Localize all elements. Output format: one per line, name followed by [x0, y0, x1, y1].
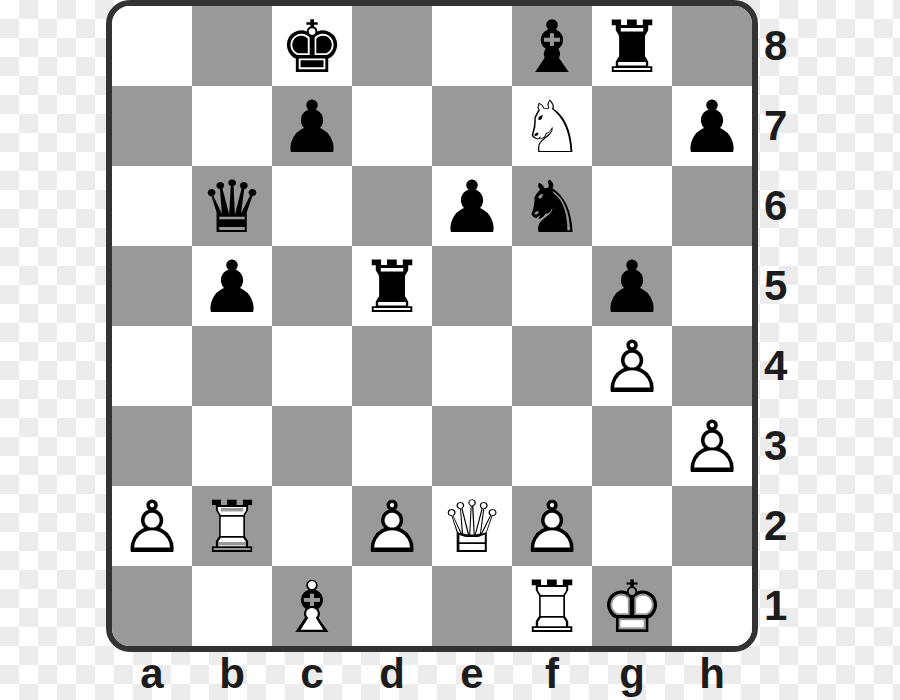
square-f6[interactable]: ♞	[512, 166, 592, 246]
square-c8[interactable]: ♚	[272, 6, 352, 86]
square-a6[interactable]	[112, 166, 192, 246]
square-b1[interactable]	[192, 566, 272, 646]
piece-glyph: ♚	[272, 6, 352, 86]
white-knight-f7: ♞♘	[512, 86, 592, 166]
rank-label-2: 2	[764, 486, 804, 566]
file-label-b: b	[192, 650, 272, 698]
square-c2[interactable]	[272, 486, 352, 566]
piece-glyph: ♜	[352, 246, 432, 326]
white-pawn-f2: ♟♙	[512, 486, 592, 566]
square-f8[interactable]: ♝	[512, 6, 592, 86]
square-c3[interactable]	[272, 406, 352, 486]
square-h2[interactable]	[672, 486, 752, 566]
square-b2[interactable]: ♜♖	[192, 486, 272, 566]
piece-glyph: ♝	[512, 6, 592, 86]
square-d7[interactable]	[352, 86, 432, 166]
square-g2[interactable]	[592, 486, 672, 566]
white-pawn-a2: ♟♙	[112, 486, 192, 566]
square-d6[interactable]	[352, 166, 432, 246]
square-f2[interactable]: ♟♙	[512, 486, 592, 566]
square-a2[interactable]: ♟♙	[112, 486, 192, 566]
square-a5[interactable]	[112, 246, 192, 326]
file-label-c: c	[272, 650, 352, 698]
square-h5[interactable]	[672, 246, 752, 326]
square-a3[interactable]	[112, 406, 192, 486]
file-label-e: e	[432, 650, 512, 698]
black-pawn-e6: ♟	[432, 166, 512, 246]
piece-glyph: ♛	[192, 166, 272, 246]
white-pawn-d2: ♟♙	[352, 486, 432, 566]
square-d4[interactable]	[352, 326, 432, 406]
square-b4[interactable]	[192, 326, 272, 406]
rank-labels: 87654321	[764, 6, 804, 646]
square-g8[interactable]: ♜	[592, 6, 672, 86]
square-g7[interactable]	[592, 86, 672, 166]
piece-glyph: ♗	[272, 566, 352, 646]
black-rook-d5: ♜	[352, 246, 432, 326]
square-f5[interactable]	[512, 246, 592, 326]
square-h3[interactable]: ♟♙	[672, 406, 752, 486]
file-label-f: f	[512, 650, 592, 698]
square-b5[interactable]: ♟	[192, 246, 272, 326]
square-h1[interactable]	[672, 566, 752, 646]
square-e1[interactable]	[432, 566, 512, 646]
piece-glyph: ♕	[432, 486, 512, 566]
file-label-a: a	[112, 650, 192, 698]
white-king-g1: ♚♔	[592, 566, 672, 646]
piece-glyph: ♞	[512, 166, 592, 246]
square-e2[interactable]: ♛♕	[432, 486, 512, 566]
rank-label-6: 6	[764, 166, 804, 246]
rank-label-7: 7	[764, 86, 804, 166]
square-g5[interactable]: ♟	[592, 246, 672, 326]
square-d8[interactable]	[352, 6, 432, 86]
file-label-h: h	[672, 650, 752, 698]
piece-glyph: ♟	[592, 246, 672, 326]
piece-glyph: ♖	[512, 566, 592, 646]
square-e3[interactable]	[432, 406, 512, 486]
piece-glyph: ♙	[672, 406, 752, 486]
square-d3[interactable]	[352, 406, 432, 486]
black-bishop-f8: ♝	[512, 6, 592, 86]
piece-glyph: ♙	[112, 486, 192, 566]
black-pawn-b5: ♟	[192, 246, 272, 326]
black-pawn-g5: ♟	[592, 246, 672, 326]
square-b6[interactable]: ♛	[192, 166, 272, 246]
piece-glyph: ♖	[192, 486, 272, 566]
square-a8[interactable]	[112, 6, 192, 86]
square-b7[interactable]	[192, 86, 272, 166]
black-queen-b6: ♛	[192, 166, 272, 246]
rank-label-3: 3	[764, 406, 804, 486]
square-f1[interactable]: ♜♖	[512, 566, 592, 646]
square-h7[interactable]: ♟	[672, 86, 752, 166]
piece-glyph: ♙	[352, 486, 432, 566]
square-a4[interactable]	[112, 326, 192, 406]
square-e7[interactable]	[432, 86, 512, 166]
piece-glyph: ♘	[512, 86, 592, 166]
black-king-c8: ♚	[272, 6, 352, 86]
piece-glyph: ♜	[592, 6, 672, 86]
file-labels: abcdefgh	[112, 650, 752, 698]
piece-glyph: ♟	[272, 86, 352, 166]
square-h4[interactable]	[672, 326, 752, 406]
white-rook-f1: ♜♖	[512, 566, 592, 646]
square-g3[interactable]	[592, 406, 672, 486]
square-e8[interactable]	[432, 6, 512, 86]
square-g6[interactable]	[592, 166, 672, 246]
square-d5[interactable]: ♜	[352, 246, 432, 326]
square-h8[interactable]	[672, 6, 752, 86]
rank-label-1: 1	[764, 566, 804, 646]
square-h6[interactable]	[672, 166, 752, 246]
rank-label-5: 5	[764, 246, 804, 326]
file-label-g: g	[592, 650, 672, 698]
square-g4[interactable]: ♟♙	[592, 326, 672, 406]
white-queen-e2: ♛♕	[432, 486, 512, 566]
piece-glyph: ♟	[192, 246, 272, 326]
square-a7[interactable]	[112, 86, 192, 166]
black-knight-f6: ♞	[512, 166, 592, 246]
piece-glyph: ♙	[512, 486, 592, 566]
rank-label-4: 4	[764, 326, 804, 406]
white-rook-b2: ♜♖	[192, 486, 272, 566]
square-c4[interactable]	[272, 326, 352, 406]
black-pawn-h7: ♟	[672, 86, 752, 166]
square-c7[interactable]: ♟	[272, 86, 352, 166]
square-f7[interactable]: ♞♘	[512, 86, 592, 166]
square-d1[interactable]	[352, 566, 432, 646]
rank-label-8: 8	[764, 6, 804, 86]
piece-glyph: ♙	[592, 326, 672, 406]
piece-glyph: ♟	[672, 86, 752, 166]
piece-glyph: ♟	[432, 166, 512, 246]
square-g1[interactable]: ♚♔	[592, 566, 672, 646]
square-b8[interactable]	[192, 6, 272, 86]
white-bishop-c1: ♝♗	[272, 566, 352, 646]
square-b3[interactable]	[192, 406, 272, 486]
square-e5[interactable]	[432, 246, 512, 326]
white-pawn-h3: ♟♙	[672, 406, 752, 486]
square-e4[interactable]	[432, 326, 512, 406]
square-c5[interactable]	[272, 246, 352, 326]
board-grid: ♚♝♜♟♞♘♟♛♟♞♟♜♟♟♙♟♙♟♙♜♖♟♙♛♕♟♙♝♗♜♖♚♔	[112, 6, 752, 646]
square-f3[interactable]	[512, 406, 592, 486]
black-rook-g8: ♜	[592, 6, 672, 86]
white-pawn-g4: ♟♙	[592, 326, 672, 406]
chess-board: ♚♝♜♟♞♘♟♛♟♞♟♜♟♟♙♟♙♟♙♜♖♟♙♛♕♟♙♝♗♜♖♚♔	[106, 0, 758, 652]
square-c1[interactable]: ♝♗	[272, 566, 352, 646]
square-a1[interactable]	[112, 566, 192, 646]
square-d2[interactable]: ♟♙	[352, 486, 432, 566]
square-f4[interactable]	[512, 326, 592, 406]
square-c6[interactable]	[272, 166, 352, 246]
file-label-d: d	[352, 650, 432, 698]
black-pawn-c7: ♟	[272, 86, 352, 166]
square-e6[interactable]: ♟	[432, 166, 512, 246]
piece-glyph: ♔	[592, 566, 672, 646]
